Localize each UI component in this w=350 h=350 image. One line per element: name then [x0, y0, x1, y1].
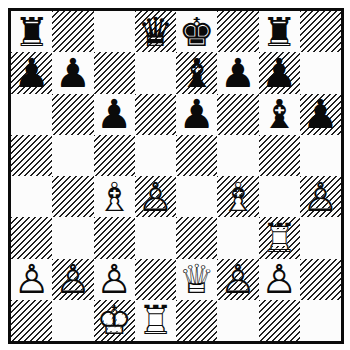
square-f4[interactable]: ♝♗ [217, 176, 258, 217]
black-pawn-icon: ♟ [217, 52, 258, 93]
square-a6[interactable] [11, 94, 52, 135]
square-c7[interactable] [94, 52, 135, 93]
white-rook-icon: ♜♖ [135, 300, 176, 341]
square-g1[interactable] [259, 300, 300, 341]
square-d6[interactable] [135, 94, 176, 135]
square-f5[interactable] [217, 135, 258, 176]
square-f2[interactable]: ♙♙ [217, 259, 258, 300]
white-pawn-icon: ♙♙ [52, 259, 93, 300]
chess-board: ♜♛♚♜♟♟♝♟♟♟♟♝♟♝♗♙♙♝♗♙♙♜♖♙♙♙♙♙♙♛♕♙♙♙♙♚♔♜♖ [11, 11, 341, 341]
square-d1[interactable]: ♜♖ [135, 300, 176, 341]
square-d8[interactable]: ♛ [135, 11, 176, 52]
square-e1[interactable] [176, 300, 217, 341]
square-a1[interactable] [11, 300, 52, 341]
white-pawn-icon: ♙♙ [11, 259, 52, 300]
square-e2[interactable]: ♛♕ [176, 259, 217, 300]
square-d3[interactable] [135, 217, 176, 258]
white-queen-icon: ♛♕ [176, 259, 217, 300]
square-c1[interactable]: ♚♔ [94, 300, 135, 341]
square-c6[interactable]: ♟ [94, 94, 135, 135]
square-g5[interactable] [259, 135, 300, 176]
black-pawn-icon: ♟ [52, 52, 93, 93]
black-pawn-icon: ♟ [259, 52, 300, 93]
black-pawn-icon: ♟ [176, 94, 217, 135]
square-f3[interactable] [217, 217, 258, 258]
black-pawn-icon: ♟ [94, 94, 135, 135]
square-d5[interactable] [135, 135, 176, 176]
square-f7[interactable]: ♟ [217, 52, 258, 93]
square-e5[interactable] [176, 135, 217, 176]
black-pawn-icon: ♟ [300, 94, 341, 135]
square-c5[interactable] [94, 135, 135, 176]
square-e6[interactable]: ♟ [176, 94, 217, 135]
square-f8[interactable] [217, 11, 258, 52]
white-pawn-icon: ♙♙ [259, 259, 300, 300]
square-d4[interactable]: ♙♙ [135, 176, 176, 217]
black-bishop-icon: ♝ [259, 94, 300, 135]
square-b3[interactable] [52, 217, 93, 258]
square-a5[interactable] [11, 135, 52, 176]
black-rook-icon: ♜ [11, 11, 52, 52]
square-g3[interactable]: ♜♖ [259, 217, 300, 258]
square-b1[interactable] [52, 300, 93, 341]
white-rook-icon: ♜♖ [259, 217, 300, 258]
square-c8[interactable] [94, 11, 135, 52]
square-b7[interactable]: ♟ [52, 52, 93, 93]
square-h7[interactable] [300, 52, 341, 93]
square-b2[interactable]: ♙♙ [52, 259, 93, 300]
chess-board-frame: ♜♛♚♜♟♟♝♟♟♟♟♝♟♝♗♙♙♝♗♙♙♜♖♙♙♙♙♙♙♛♕♙♙♙♙♚♔♜♖ [8, 8, 344, 344]
square-a8[interactable]: ♜ [11, 11, 52, 52]
square-h5[interactable] [300, 135, 341, 176]
square-d7[interactable] [135, 52, 176, 93]
square-g6[interactable]: ♝ [259, 94, 300, 135]
square-f6[interactable] [217, 94, 258, 135]
square-h2[interactable] [300, 259, 341, 300]
square-b6[interactable] [52, 94, 93, 135]
square-e8[interactable]: ♚ [176, 11, 217, 52]
square-h3[interactable] [300, 217, 341, 258]
square-g4[interactable] [259, 176, 300, 217]
black-rook-icon: ♜ [259, 11, 300, 52]
square-a2[interactable]: ♙♙ [11, 259, 52, 300]
white-pawn-icon: ♙♙ [135, 176, 176, 217]
white-king-icon: ♚♔ [94, 300, 135, 341]
square-g7[interactable]: ♟ [259, 52, 300, 93]
white-pawn-icon: ♙♙ [217, 259, 258, 300]
white-pawn-icon: ♙♙ [300, 176, 341, 217]
square-g2[interactable]: ♙♙ [259, 259, 300, 300]
black-pawn-icon: ♟ [11, 52, 52, 93]
square-b8[interactable] [52, 11, 93, 52]
black-king-icon: ♚ [176, 11, 217, 52]
black-queen-icon: ♛ [135, 11, 176, 52]
square-h6[interactable]: ♟ [300, 94, 341, 135]
white-pawn-icon: ♙♙ [94, 259, 135, 300]
square-a4[interactable] [11, 176, 52, 217]
square-c3[interactable] [94, 217, 135, 258]
square-e3[interactable] [176, 217, 217, 258]
square-b5[interactable] [52, 135, 93, 176]
square-c4[interactable]: ♝♗ [94, 176, 135, 217]
square-e4[interactable] [176, 176, 217, 217]
square-b4[interactable] [52, 176, 93, 217]
square-f1[interactable] [217, 300, 258, 341]
square-d2[interactable] [135, 259, 176, 300]
white-bishop-icon: ♝♗ [217, 176, 258, 217]
black-bishop-icon: ♝ [176, 52, 217, 93]
square-e7[interactable]: ♝ [176, 52, 217, 93]
square-h4[interactable]: ♙♙ [300, 176, 341, 217]
square-h8[interactable] [300, 11, 341, 52]
square-a3[interactable] [11, 217, 52, 258]
square-a7[interactable]: ♟ [11, 52, 52, 93]
square-c2[interactable]: ♙♙ [94, 259, 135, 300]
white-bishop-icon: ♝♗ [94, 176, 135, 217]
square-g8[interactable]: ♜ [259, 11, 300, 52]
square-h1[interactable] [300, 300, 341, 341]
